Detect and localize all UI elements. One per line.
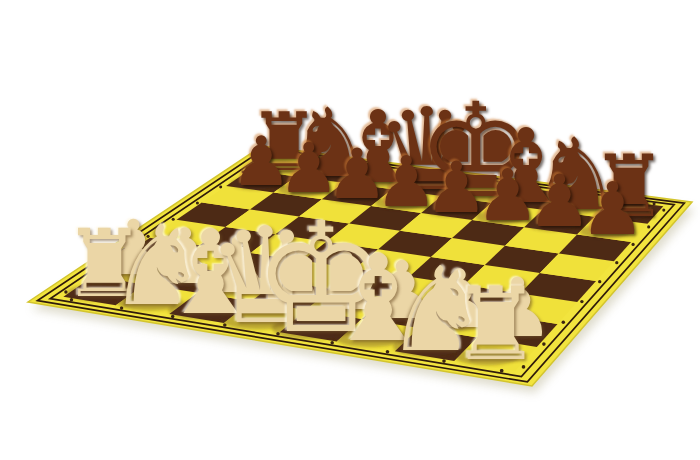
piece-black-pawn[interactable]: ♟ [576,173,649,246]
piece-white-rook[interactable]: ♜ [446,275,547,376]
chess-set-photo: ♜♞♝♟♛♟♚♟♝♟♞♟♜♟♟♟♟♟♟♜♟♞♟♝♟♛♟♚♟♝♞♜ [0,0,700,460]
piece-layer: ♜♞♝♟♛♟♚♟♝♟♞♟♜♟♟♟♟♟♟♜♟♞♟♝♟♛♟♚♟♝♞♜ [0,0,700,460]
